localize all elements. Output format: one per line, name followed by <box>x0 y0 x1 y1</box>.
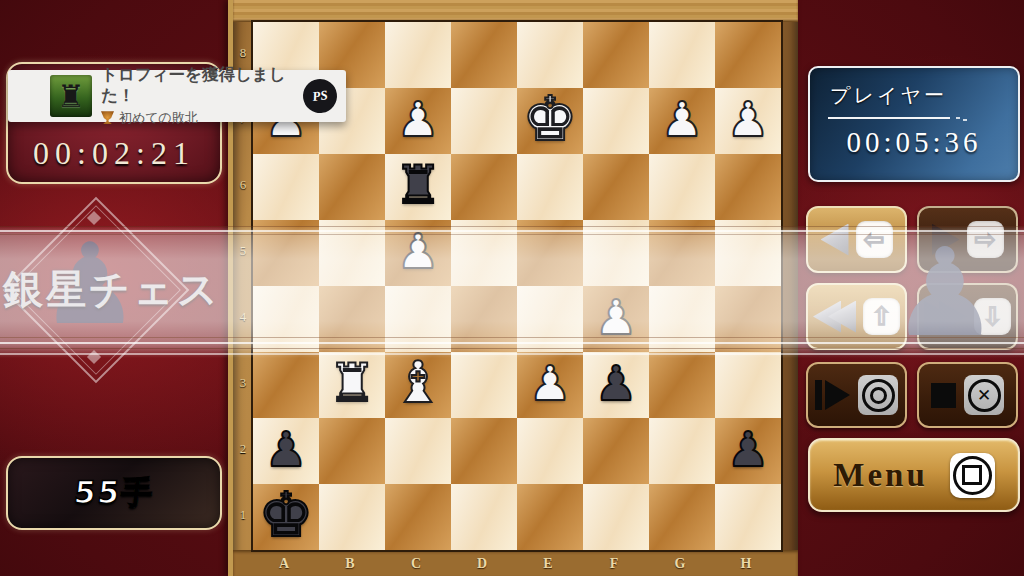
white-pawn[interactable]: ♟ <box>396 227 439 275</box>
white-pawn[interactable]: ♟ <box>660 95 703 143</box>
square-g6[interactable] <box>649 154 715 220</box>
square-g2[interactable] <box>649 418 715 484</box>
square-c4[interactable] <box>385 286 451 352</box>
square-e1[interactable] <box>517 484 583 550</box>
square-a5[interactable] <box>253 220 319 286</box>
square-d2[interactable] <box>451 418 517 484</box>
square-b5[interactable] <box>319 220 385 286</box>
square-e4[interactable] <box>517 286 583 352</box>
rank-label-2: 2 <box>236 416 250 482</box>
square-b1[interactable] <box>319 484 385 550</box>
back-triangle-icon <box>821 224 849 256</box>
square-button-key-icon <box>950 453 995 498</box>
playstation-logo-icon: PS <box>301 77 339 115</box>
square-a6[interactable] <box>253 154 319 220</box>
square-d7[interactable] <box>451 88 517 154</box>
black-pawn[interactable]: ♟ <box>264 425 307 473</box>
bronze-trophy-icon <box>101 111 114 124</box>
square-c2[interactable] <box>385 418 451 484</box>
cpu-clock-time: 00:02:21 <box>33 135 195 172</box>
square-a1[interactable]: ♚ <box>253 484 319 550</box>
square-f8[interactable] <box>583 22 649 88</box>
square-h4[interactable] <box>715 286 781 352</box>
square-g7[interactable]: ♟ <box>649 88 715 154</box>
square-h6[interactable] <box>715 154 781 220</box>
rank-label-1: 1 <box>236 482 250 548</box>
square-d5[interactable] <box>451 220 517 286</box>
square-b6[interactable] <box>319 154 385 220</box>
file-label-A: A <box>251 552 317 576</box>
player-clock-time: 00:05:36 <box>810 126 1018 159</box>
square-h2[interactable]: ♟ <box>715 418 781 484</box>
rank-label-4: 4 <box>236 284 250 350</box>
game-logo-title: 銀星チェス <box>2 262 222 317</box>
square-d1[interactable] <box>451 484 517 550</box>
cross-button-key-icon: ✕ <box>964 375 1004 415</box>
rank-label-3: 3 <box>236 350 250 416</box>
square-h1[interactable] <box>715 484 781 550</box>
file-label-H: H <box>713 552 779 576</box>
square-f7[interactable] <box>583 88 649 154</box>
square-b4[interactable] <box>319 286 385 352</box>
move-counter: 55手 <box>72 472 157 514</box>
square-c3[interactable]: ♝ <box>385 352 451 418</box>
menu-button[interactable]: Menu <box>808 438 1020 512</box>
file-label-C: C <box>383 552 449 576</box>
trophy-name: 初めての敗北 <box>119 109 198 127</box>
black-king[interactable]: ♚ <box>258 484 314 546</box>
trophy-notification: ♜ トロフィーを獲得しました！ 初めての敗北 PS <box>8 70 346 122</box>
square-g5[interactable] <box>649 220 715 286</box>
square-c6[interactable]: ♜ <box>385 154 451 220</box>
white-king[interactable]: ♚ <box>522 88 578 150</box>
trophy-tile: ♜ <box>50 75 92 117</box>
square-h8[interactable] <box>715 22 781 88</box>
square-a2[interactable]: ♟ <box>253 418 319 484</box>
square-e2[interactable] <box>517 418 583 484</box>
black-rook-tile-icon: ♜ <box>57 81 85 112</box>
square-d3[interactable] <box>451 352 517 418</box>
file-label-B: B <box>317 552 383 576</box>
file-label-G: G <box>647 552 713 576</box>
square-f5[interactable] <box>583 220 649 286</box>
screen: { "game": "chess", "app_title": "銀星チェス",… <box>0 0 1024 576</box>
square-d4[interactable] <box>451 286 517 352</box>
rewind-triangles-icon <box>813 301 856 333</box>
file-label-F: F <box>581 552 647 576</box>
play-button[interactable] <box>806 362 907 428</box>
square-a3[interactable] <box>253 352 319 418</box>
square-f3[interactable]: ♟ <box>583 352 649 418</box>
black-rook[interactable]: ♜ <box>394 158 442 211</box>
white-bishop[interactable]: ♝ <box>392 354 443 411</box>
square-g4[interactable] <box>649 286 715 352</box>
play-icon <box>815 380 850 410</box>
square-e6[interactable] <box>517 154 583 220</box>
black-pawn[interactable]: ♟ <box>594 359 637 407</box>
square-e8[interactable] <box>517 22 583 88</box>
square-g3[interactable] <box>649 352 715 418</box>
square-a4[interactable] <box>253 286 319 352</box>
square-c5[interactable]: ♟ <box>385 220 451 286</box>
stop-button[interactable]: ✕ <box>917 362 1018 428</box>
square-c1[interactable] <box>385 484 451 550</box>
file-label-D: D <box>449 552 515 576</box>
square-g1[interactable] <box>649 484 715 550</box>
square-c8[interactable] <box>385 22 451 88</box>
file-label-E: E <box>515 552 581 576</box>
square-c7[interactable]: ♟ <box>385 88 451 154</box>
square-e3[interactable]: ♟ <box>517 352 583 418</box>
stop-icon <box>931 383 956 408</box>
decorative-pawn-silhouette: ♟ <box>880 232 1010 354</box>
white-pawn[interactable]: ♟ <box>396 95 439 143</box>
square-f6[interactable] <box>583 154 649 220</box>
move-counter-panel: 55手 <box>6 456 222 530</box>
square-h5[interactable] <box>715 220 781 286</box>
circle-button-key-icon <box>858 375 898 415</box>
player-name-underline <box>828 117 950 119</box>
trophy-toast-title: トロフィーを獲得しました！ <box>101 65 299 106</box>
square-h7[interactable]: ♟ <box>715 88 781 154</box>
square-b2[interactable] <box>319 418 385 484</box>
white-pawn[interactable]: ♟ <box>726 95 769 143</box>
white-rook[interactable]: ♜ <box>328 356 376 409</box>
player-clock-panel: プレイヤー 00:05:36 <box>808 66 1020 182</box>
square-b3[interactable]: ♜ <box>319 352 385 418</box>
square-f4[interactable]: ♟ <box>583 286 649 352</box>
square-d8[interactable] <box>451 22 517 88</box>
board-frame-top <box>233 0 798 22</box>
menu-button-label: Menu <box>833 457 928 494</box>
player-name-label: プレイヤー <box>830 82 947 109</box>
white-pawn[interactable]: ♟ <box>528 359 571 407</box>
white-pawn[interactable]: ♟ <box>594 293 637 341</box>
square-e5[interactable] <box>517 220 583 286</box>
rank-label-6: 6 <box>236 152 250 218</box>
square-h3[interactable] <box>715 352 781 418</box>
square-g8[interactable] <box>649 22 715 88</box>
square-d6[interactable] <box>451 154 517 220</box>
black-pawn[interactable]: ♟ <box>726 425 769 473</box>
rank-label-5: 5 <box>236 218 250 284</box>
square-e7[interactable]: ♚ <box>517 88 583 154</box>
square-f1[interactable] <box>583 484 649 550</box>
square-f2[interactable] <box>583 418 649 484</box>
